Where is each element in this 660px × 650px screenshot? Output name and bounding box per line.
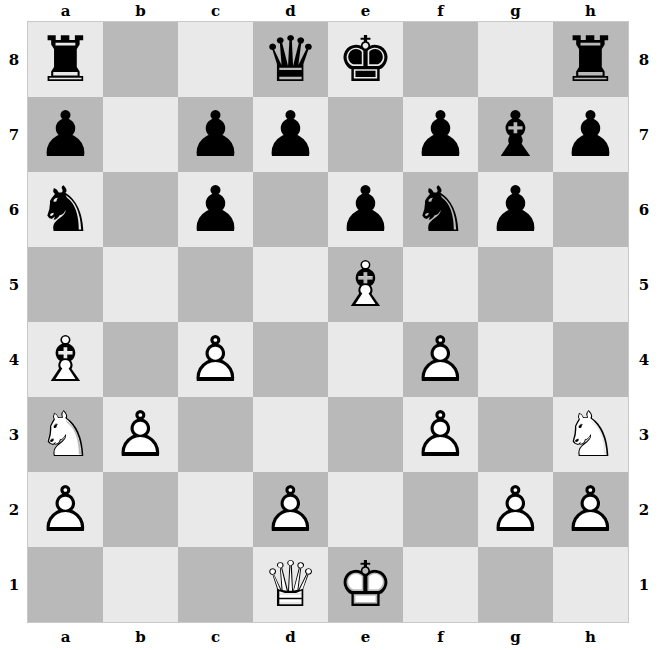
white-piece-outline: ♙	[403, 322, 478, 397]
rank-label-1: 1	[628, 547, 660, 622]
piece-black-rook[interactable]: ♜	[28, 22, 103, 97]
black-piece-glyph: ♞	[28, 172, 103, 247]
piece-white-king[interactable]: ♚♔	[328, 547, 403, 622]
piece-black-bishop[interactable]: ♝	[478, 97, 553, 172]
square-a5[interactable]	[28, 247, 103, 322]
black-piece-glyph: ♝	[478, 97, 553, 172]
file-labels-top: abcdefgh	[28, 0, 628, 22]
square-e7[interactable]	[328, 97, 403, 172]
square-b8[interactable]	[103, 22, 178, 97]
square-e8[interactable]: ♚	[328, 22, 403, 97]
square-h7[interactable]: ♟	[553, 97, 628, 172]
piece-white-pawn[interactable]: ♟♙	[103, 397, 178, 472]
chess-board: ♜♛♚♜♟♟♟♟♝♟♞♟♟♞♟♝♗♝♗♟♙♟♙♞♘♟♙♟♙♞♘♟♙♟♙♟♙♟♙♛…	[28, 22, 628, 622]
white-piece-outline: ♘	[28, 397, 103, 472]
rank-label-4: 4	[628, 322, 660, 397]
square-c7[interactable]: ♟	[178, 97, 253, 172]
piece-black-knight[interactable]: ♞	[28, 172, 103, 247]
black-piece-glyph: ♜	[553, 22, 628, 97]
piece-black-rook[interactable]: ♜	[553, 22, 628, 97]
piece-white-pawn[interactable]: ♟♙	[403, 397, 478, 472]
square-h1[interactable]	[553, 547, 628, 622]
file-labels-bottom: abcdefgh	[28, 624, 628, 650]
square-d7[interactable]: ♟	[253, 97, 328, 172]
square-a3[interactable]: ♞♘	[28, 397, 103, 472]
square-b3[interactable]: ♟♙	[103, 397, 178, 472]
rank-label-7: 7	[628, 97, 660, 172]
piece-black-king[interactable]: ♚	[328, 22, 403, 97]
chessboard-diagram: abcdefgh 87654321 ♜♛♚♜♟♟♟♟♝♟♞♟♟♞♟♝♗♝♗♟♙♟…	[0, 0, 660, 650]
square-e6[interactable]: ♟	[328, 172, 403, 247]
square-c6[interactable]: ♟	[178, 172, 253, 247]
rank-labels-right: 87654321	[628, 22, 660, 622]
file-label-a: a	[28, 630, 103, 645]
white-piece-outline: ♙	[553, 472, 628, 547]
white-piece-outline: ♙	[103, 397, 178, 472]
white-piece-outline: ♙	[253, 472, 328, 547]
square-g3[interactable]	[478, 397, 553, 472]
rank-label-7: 7	[0, 97, 28, 172]
square-d4[interactable]	[253, 322, 328, 397]
square-f2[interactable]	[403, 472, 478, 547]
square-f3[interactable]: ♟♙	[403, 397, 478, 472]
piece-white-pawn[interactable]: ♟♙	[178, 322, 253, 397]
piece-white-bishop[interactable]: ♝♗	[28, 322, 103, 397]
rank-label-5: 5	[0, 247, 28, 322]
piece-black-pawn[interactable]: ♟	[178, 97, 253, 172]
square-c3[interactable]	[178, 397, 253, 472]
white-piece-outline: ♗	[328, 247, 403, 322]
black-piece-glyph: ♜	[28, 22, 103, 97]
square-a6[interactable]: ♞	[28, 172, 103, 247]
rank-label-6: 6	[628, 172, 660, 247]
white-piece-outline: ♙	[403, 397, 478, 472]
piece-black-knight[interactable]: ♞	[403, 172, 478, 247]
square-g2[interactable]: ♟♙	[478, 472, 553, 547]
piece-black-pawn[interactable]: ♟	[403, 97, 478, 172]
square-b5[interactable]	[103, 247, 178, 322]
black-piece-glyph: ♟	[553, 97, 628, 172]
square-c1[interactable]	[178, 547, 253, 622]
black-piece-glyph: ♟	[253, 97, 328, 172]
square-f7[interactable]: ♟	[403, 97, 478, 172]
file-label-h: h	[553, 4, 628, 22]
square-h6[interactable]	[553, 172, 628, 247]
file-label-b: b	[103, 630, 178, 645]
square-c2[interactable]	[178, 472, 253, 547]
black-piece-glyph: ♟	[403, 97, 478, 172]
square-g5[interactable]	[478, 247, 553, 322]
piece-white-pawn[interactable]: ♟♙	[403, 322, 478, 397]
square-b7[interactable]	[103, 97, 178, 172]
piece-black-pawn[interactable]: ♟	[253, 97, 328, 172]
square-e4[interactable]	[328, 322, 403, 397]
square-h8[interactable]: ♜	[553, 22, 628, 97]
rank-label-1: 1	[0, 547, 28, 622]
square-a2[interactable]: ♟♙	[28, 472, 103, 547]
square-h2[interactable]: ♟♙	[553, 472, 628, 547]
square-h5[interactable]	[553, 247, 628, 322]
piece-black-pawn[interactable]: ♟	[553, 97, 628, 172]
square-d6[interactable]	[253, 172, 328, 247]
square-h3[interactable]: ♞♘	[553, 397, 628, 472]
file-label-c: c	[178, 4, 253, 22]
square-f1[interactable]	[403, 547, 478, 622]
square-d5[interactable]	[253, 247, 328, 322]
black-piece-glyph: ♟	[478, 172, 553, 247]
square-a8[interactable]: ♜	[28, 22, 103, 97]
piece-white-pawn[interactable]: ♟♙	[253, 472, 328, 547]
rank-label-2: 2	[0, 472, 28, 547]
piece-white-queen[interactable]: ♛♕	[253, 547, 328, 622]
file-label-b: b	[103, 4, 178, 22]
piece-black-pawn[interactable]: ♟	[178, 172, 253, 247]
square-e1[interactable]: ♚♔	[328, 547, 403, 622]
piece-black-queen[interactable]: ♛	[253, 22, 328, 97]
file-label-g: g	[478, 630, 553, 645]
square-f6[interactable]: ♞	[403, 172, 478, 247]
square-b1[interactable]	[103, 547, 178, 622]
piece-white-pawn[interactable]: ♟♙	[28, 472, 103, 547]
rank-label-5: 5	[628, 247, 660, 322]
white-piece-outline: ♕	[253, 547, 328, 622]
square-f8[interactable]	[403, 22, 478, 97]
white-piece-outline: ♘	[553, 397, 628, 472]
white-piece-outline: ♗	[28, 322, 103, 397]
file-label-e: e	[328, 630, 403, 645]
rank-label-3: 3	[0, 397, 28, 472]
black-piece-glyph: ♛	[253, 22, 328, 97]
square-c4[interactable]: ♟♙	[178, 322, 253, 397]
square-a4[interactable]: ♝♗	[28, 322, 103, 397]
square-a7[interactable]: ♟	[28, 97, 103, 172]
piece-white-pawn[interactable]: ♟♙	[553, 472, 628, 547]
rank-labels-left: 87654321	[0, 22, 28, 622]
square-b2[interactable]	[103, 472, 178, 547]
square-g8[interactable]	[478, 22, 553, 97]
piece-white-knight[interactable]: ♞♘	[553, 397, 628, 472]
file-label-f: f	[403, 4, 478, 22]
square-c8[interactable]	[178, 22, 253, 97]
rank-label-4: 4	[0, 322, 28, 397]
square-g1[interactable]	[478, 547, 553, 622]
black-piece-glyph: ♟	[178, 172, 253, 247]
rank-label-8: 8	[628, 22, 660, 97]
square-b4[interactable]	[103, 322, 178, 397]
black-piece-glyph: ♟	[328, 172, 403, 247]
piece-white-knight[interactable]: ♞♘	[28, 397, 103, 472]
square-h4[interactable]	[553, 322, 628, 397]
square-e3[interactable]	[328, 397, 403, 472]
black-piece-glyph: ♟	[178, 97, 253, 172]
white-piece-outline: ♙	[178, 322, 253, 397]
file-label-d: d	[253, 4, 328, 22]
black-piece-glyph: ♚	[328, 22, 403, 97]
square-g7[interactable]: ♝	[478, 97, 553, 172]
file-label-e: e	[328, 4, 403, 22]
square-d3[interactable]	[253, 397, 328, 472]
square-e2[interactable]	[328, 472, 403, 547]
piece-black-pawn[interactable]: ♟	[28, 97, 103, 172]
square-e5[interactable]: ♝♗	[328, 247, 403, 322]
rank-label-3: 3	[628, 397, 660, 472]
rank-label-8: 8	[0, 22, 28, 97]
square-g4[interactable]	[478, 322, 553, 397]
square-f5[interactable]	[403, 247, 478, 322]
square-a1[interactable]	[28, 547, 103, 622]
file-label-a: a	[28, 4, 103, 22]
piece-white-bishop[interactable]: ♝♗	[328, 247, 403, 322]
rank-label-6: 6	[0, 172, 28, 247]
square-d1[interactable]: ♛♕	[253, 547, 328, 622]
square-d8[interactable]: ♛	[253, 22, 328, 97]
black-piece-glyph: ♟	[28, 97, 103, 172]
square-f4[interactable]: ♟♙	[403, 322, 478, 397]
square-b6[interactable]	[103, 172, 178, 247]
square-d2[interactable]: ♟♙	[253, 472, 328, 547]
piece-black-pawn[interactable]: ♟	[478, 172, 553, 247]
piece-white-pawn[interactable]: ♟♙	[478, 472, 553, 547]
square-c5[interactable]	[178, 247, 253, 322]
file-label-h: h	[553, 630, 628, 645]
file-label-c: c	[178, 630, 253, 645]
file-label-d: d	[253, 630, 328, 645]
white-piece-outline: ♔	[328, 547, 403, 622]
white-piece-outline: ♙	[28, 472, 103, 547]
white-piece-outline: ♙	[478, 472, 553, 547]
square-g6[interactable]: ♟	[478, 172, 553, 247]
black-piece-glyph: ♞	[403, 172, 478, 247]
file-label-f: f	[403, 630, 478, 645]
piece-black-pawn[interactable]: ♟	[328, 172, 403, 247]
rank-label-2: 2	[628, 472, 660, 547]
file-label-g: g	[478, 4, 553, 22]
